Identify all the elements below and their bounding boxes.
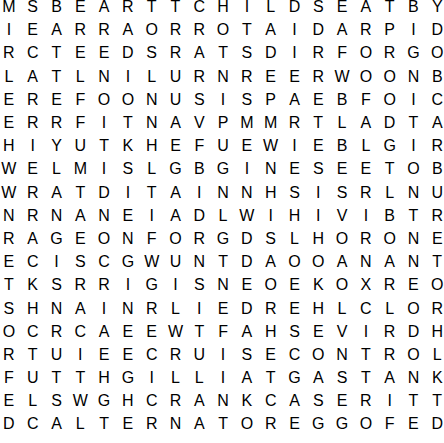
grid-cell-r13c5[interactable]: R: [92, 274, 116, 297]
grid-cell-r1c14[interactable]: S: [306, 0, 330, 19]
grid-cell-r15c8[interactable]: W: [164, 320, 188, 343]
grid-cell-r10c1[interactable]: N: [0, 204, 21, 227]
grid-cell-r2c3[interactable]: A: [45, 19, 69, 42]
grid-cell-r9c7[interactable]: T: [140, 181, 164, 204]
grid-cell-r9c4[interactable]: T: [68, 181, 92, 204]
grid-cell-r15c16[interactable]: I: [354, 320, 378, 343]
grid-cell-r17c1[interactable]: F: [0, 367, 21, 390]
grid-cell-r17c14[interactable]: A: [306, 367, 330, 390]
grid-cell-r12c11[interactable]: D: [235, 251, 259, 274]
grid-cell-r3c4[interactable]: E: [68, 42, 92, 65]
grid-cell-r11c6[interactable]: N: [116, 227, 140, 250]
grid-cell-r12c18[interactable]: N: [402, 251, 426, 274]
grid-cell-r13c12[interactable]: O: [259, 274, 283, 297]
grid-cell-r14c8[interactable]: L: [164, 297, 188, 320]
grid-cell-r12c10[interactable]: T: [211, 251, 235, 274]
grid-cell-r5c13[interactable]: A: [283, 88, 307, 111]
grid-cell-r8c6[interactable]: S: [116, 158, 140, 181]
grid-cell-r8c12[interactable]: N: [259, 158, 283, 181]
grid-cell-r5c15[interactable]: B: [330, 88, 354, 111]
grid-cell-r7c17[interactable]: G: [378, 135, 402, 158]
grid-cell-r8c19[interactable]: B: [425, 158, 444, 181]
grid-cell-r1c19[interactable]: Y: [425, 0, 444, 19]
grid-cell-r18c12[interactable]: C: [259, 390, 283, 413]
grid-cell-r19c14[interactable]: G: [306, 413, 330, 436]
grid-cell-r14c13[interactable]: E: [283, 297, 307, 320]
grid-cell-r5c19[interactable]: C: [425, 88, 444, 111]
grid-cell-r12c6[interactable]: G: [116, 251, 140, 274]
grid-cell-r1c3[interactable]: B: [45, 0, 69, 19]
grid-cell-r16c19[interactable]: L: [425, 343, 444, 366]
grid-cell-r10c4[interactable]: A: [68, 204, 92, 227]
grid-cell-r19c17[interactable]: F: [378, 413, 402, 436]
grid-cell-r19c1[interactable]: D: [0, 413, 21, 436]
grid-cell-r17c8[interactable]: L: [164, 367, 188, 390]
grid-cell-r15c11[interactable]: A: [235, 320, 259, 343]
grid-cell-r10c19[interactable]: R: [425, 204, 444, 227]
grid-cell-r5c17[interactable]: O: [378, 88, 402, 111]
grid-cell-r16c5[interactable]: E: [92, 343, 116, 366]
grid-cell-r14c15[interactable]: L: [330, 297, 354, 320]
grid-cell-r5c1[interactable]: E: [0, 88, 21, 111]
grid-cell-r3c15[interactable]: F: [330, 42, 354, 65]
grid-cell-r14c9[interactable]: I: [187, 297, 211, 320]
grid-cell-r16c2[interactable]: T: [21, 343, 45, 366]
grid-cell-r2c7[interactable]: O: [140, 19, 164, 42]
grid-cell-r11c5[interactable]: O: [92, 227, 116, 250]
grid-cell-r1c4[interactable]: E: [68, 0, 92, 19]
grid-cell-r8c5[interactable]: I: [92, 158, 116, 181]
grid-cell-r7c2[interactable]: I: [21, 135, 45, 158]
grid-cell-r16c9[interactable]: U: [187, 343, 211, 366]
grid-cell-r15c7[interactable]: E: [140, 320, 164, 343]
grid-cell-r17c15[interactable]: S: [330, 367, 354, 390]
grid-cell-r5c10[interactable]: I: [211, 88, 235, 111]
grid-cell-r16c17[interactable]: R: [378, 343, 402, 366]
grid-cell-r18c17[interactable]: I: [378, 390, 402, 413]
grid-cell-r3c19[interactable]: O: [425, 42, 444, 65]
grid-cell-r5c8[interactable]: U: [164, 88, 188, 111]
grid-cell-r6c3[interactable]: R: [45, 111, 69, 134]
grid-cell-r13c10[interactable]: N: [211, 274, 235, 297]
grid-cell-r7c14[interactable]: E: [306, 135, 330, 158]
grid-cell-r4c16[interactable]: O: [354, 65, 378, 88]
grid-cell-r15c5[interactable]: A: [92, 320, 116, 343]
grid-cell-r5c3[interactable]: E: [45, 88, 69, 111]
grid-cell-r1c5[interactable]: A: [92, 0, 116, 19]
grid-cell-r9c18[interactable]: N: [402, 181, 426, 204]
grid-cell-r10c17[interactable]: B: [378, 204, 402, 227]
grid-cell-r4c6[interactable]: I: [116, 65, 140, 88]
grid-cell-r3c2[interactable]: C: [21, 42, 45, 65]
grid-cell-r11c18[interactable]: N: [402, 227, 426, 250]
grid-cell-r2c13[interactable]: I: [283, 19, 307, 42]
grid-cell-r6c13[interactable]: R: [283, 111, 307, 134]
grid-cell-r17c9[interactable]: L: [187, 367, 211, 390]
grid-cell-r3c16[interactable]: O: [354, 42, 378, 65]
grid-cell-r4c2[interactable]: A: [21, 65, 45, 88]
grid-cell-r11c8[interactable]: O: [164, 227, 188, 250]
grid-cell-r3c18[interactable]: G: [402, 42, 426, 65]
grid-cell-r18c15[interactable]: E: [330, 390, 354, 413]
grid-cell-r13c11[interactable]: E: [235, 274, 259, 297]
grid-cell-r10c13[interactable]: H: [283, 204, 307, 227]
grid-cell-r11c4[interactable]: E: [68, 227, 92, 250]
grid-cell-r6c18[interactable]: T: [402, 111, 426, 134]
grid-cell-r8c3[interactable]: L: [45, 158, 69, 181]
grid-cell-r12c5[interactable]: C: [92, 251, 116, 274]
grid-cell-r14c6[interactable]: N: [116, 297, 140, 320]
grid-cell-r2c12[interactable]: A: [259, 19, 283, 42]
grid-cell-r8c1[interactable]: W: [0, 158, 21, 181]
grid-cell-r17c5[interactable]: H: [92, 367, 116, 390]
grid-cell-r11c12[interactable]: S: [259, 227, 283, 250]
grid-cell-r17c4[interactable]: T: [68, 367, 92, 390]
grid-cell-r11c11[interactable]: D: [235, 227, 259, 250]
grid-cell-r4c7[interactable]: L: [140, 65, 164, 88]
grid-cell-r6c7[interactable]: N: [140, 111, 164, 134]
grid-cell-r7c10[interactable]: U: [211, 135, 235, 158]
grid-cell-r2c16[interactable]: R: [354, 19, 378, 42]
grid-cell-r2c10[interactable]: O: [211, 19, 235, 42]
grid-cell-r10c11[interactable]: W: [235, 204, 259, 227]
grid-cell-r16c14[interactable]: O: [306, 343, 330, 366]
grid-cell-r14c14[interactable]: H: [306, 297, 330, 320]
grid-cell-r7c11[interactable]: E: [235, 135, 259, 158]
grid-cell-r3c7[interactable]: S: [140, 42, 164, 65]
grid-cell-r9c19[interactable]: U: [425, 181, 444, 204]
grid-cell-r18c8[interactable]: R: [164, 390, 188, 413]
grid-cell-r1c9[interactable]: C: [187, 0, 211, 19]
grid-cell-r5c4[interactable]: F: [68, 88, 92, 111]
grid-cell-r10c12[interactable]: I: [259, 204, 283, 227]
grid-cell-r18c7[interactable]: C: [140, 390, 164, 413]
grid-cell-r18c2[interactable]: L: [21, 390, 45, 413]
grid-cell-r11c16[interactable]: R: [354, 227, 378, 250]
grid-cell-r13c8[interactable]: I: [164, 274, 188, 297]
grid-cell-r1c8[interactable]: T: [164, 0, 188, 19]
grid-cell-r19c11[interactable]: O: [235, 413, 259, 436]
grid-cell-r9c2[interactable]: R: [21, 181, 45, 204]
grid-cell-r16c6[interactable]: E: [116, 343, 140, 366]
grid-cell-r14c4[interactable]: A: [68, 297, 92, 320]
grid-cell-r11c3[interactable]: G: [45, 227, 69, 250]
grid-cell-r1c12[interactable]: L: [259, 0, 283, 19]
grid-cell-r11c19[interactable]: E: [425, 227, 444, 250]
grid-cell-r7c5[interactable]: T: [92, 135, 116, 158]
grid-cell-r7c3[interactable]: Y: [45, 135, 69, 158]
grid-cell-r6c16[interactable]: A: [354, 111, 378, 134]
grid-cell-r16c15[interactable]: N: [330, 343, 354, 366]
grid-cell-r10c14[interactable]: I: [306, 204, 330, 227]
grid-cell-r13c14[interactable]: K: [306, 274, 330, 297]
grid-cell-r14c12[interactable]: R: [259, 297, 283, 320]
grid-cell-r15c9[interactable]: T: [187, 320, 211, 343]
grid-cell-r15c18[interactable]: D: [402, 320, 426, 343]
grid-cell-r3c12[interactable]: D: [259, 42, 283, 65]
grid-cell-r13c16[interactable]: X: [354, 274, 378, 297]
grid-cell-r11c9[interactable]: R: [187, 227, 211, 250]
grid-cell-r13c3[interactable]: S: [45, 274, 69, 297]
grid-cell-r15c17[interactable]: R: [378, 320, 402, 343]
grid-cell-r7c12[interactable]: W: [259, 135, 283, 158]
grid-cell-r15c13[interactable]: S: [283, 320, 307, 343]
grid-cell-r6c5[interactable]: I: [92, 111, 116, 134]
grid-cell-r16c10[interactable]: I: [211, 343, 235, 366]
grid-cell-r7c8[interactable]: E: [164, 135, 188, 158]
grid-cell-r5c16[interactable]: F: [354, 88, 378, 111]
grid-cell-r14c1[interactable]: S: [0, 297, 21, 320]
grid-cell-r9c16[interactable]: R: [354, 181, 378, 204]
grid-cell-r9c14[interactable]: I: [306, 181, 330, 204]
grid-cell-r6c10[interactable]: P: [211, 111, 235, 134]
grid-cell-r19c13[interactable]: E: [283, 413, 307, 436]
grid-cell-r5c6[interactable]: O: [116, 88, 140, 111]
grid-cell-r18c6[interactable]: H: [116, 390, 140, 413]
grid-cell-r18c4[interactable]: W: [68, 390, 92, 413]
grid-cell-r19c3[interactable]: A: [45, 413, 69, 436]
grid-cell-r7c13[interactable]: I: [283, 135, 307, 158]
grid-cell-r12c12[interactable]: A: [259, 251, 283, 274]
grid-cell-r10c9[interactable]: D: [187, 204, 211, 227]
grid-cell-r1c10[interactable]: H: [211, 0, 235, 19]
grid-cell-r17c17[interactable]: A: [378, 367, 402, 390]
grid-cell-r1c17[interactable]: T: [378, 0, 402, 19]
grid-cell-r4c3[interactable]: T: [45, 65, 69, 88]
grid-cell-r3c17[interactable]: R: [378, 42, 402, 65]
grid-cell-r16c13[interactable]: C: [283, 343, 307, 366]
grid-cell-r13c1[interactable]: T: [0, 274, 21, 297]
grid-cell-r9c11[interactable]: N: [235, 181, 259, 204]
grid-cell-r14c3[interactable]: N: [45, 297, 69, 320]
grid-cell-r4c14[interactable]: R: [306, 65, 330, 88]
grid-cell-r4c19[interactable]: B: [425, 65, 444, 88]
grid-cell-r8c17[interactable]: T: [378, 158, 402, 181]
grid-cell-r13c2[interactable]: K: [21, 274, 45, 297]
grid-cell-r15c4[interactable]: C: [68, 320, 92, 343]
grid-cell-r4c13[interactable]: E: [283, 65, 307, 88]
grid-cell-r19c16[interactable]: O: [354, 413, 378, 436]
grid-cell-r14c16[interactable]: C: [354, 297, 378, 320]
grid-cell-r2c8[interactable]: R: [164, 19, 188, 42]
grid-cell-r17c16[interactable]: T: [354, 367, 378, 390]
grid-cell-r7c1[interactable]: H: [0, 135, 21, 158]
grid-cell-r4c17[interactable]: O: [378, 65, 402, 88]
grid-cell-r13c6[interactable]: I: [116, 274, 140, 297]
grid-cell-r3c10[interactable]: T: [211, 42, 235, 65]
grid-cell-r9c13[interactable]: S: [283, 181, 307, 204]
grid-cell-r9c9[interactable]: I: [187, 181, 211, 204]
grid-cell-r6c1[interactable]: E: [0, 111, 21, 134]
grid-cell-r14c17[interactable]: L: [378, 297, 402, 320]
grid-cell-r16c8[interactable]: R: [164, 343, 188, 366]
grid-cell-r19c8[interactable]: N: [164, 413, 188, 436]
grid-cell-r4c11[interactable]: R: [235, 65, 259, 88]
grid-cell-r17c7[interactable]: I: [140, 367, 164, 390]
grid-cell-r19c7[interactable]: R: [140, 413, 164, 436]
grid-cell-r2c19[interactable]: D: [425, 19, 444, 42]
grid-cell-r16c7[interactable]: C: [140, 343, 164, 366]
grid-cell-r17c12[interactable]: T: [259, 367, 283, 390]
grid-cell-r9c15[interactable]: S: [330, 181, 354, 204]
grid-cell-r10c7[interactable]: I: [140, 204, 164, 227]
grid-cell-r4c9[interactable]: R: [187, 65, 211, 88]
grid-cell-r7c4[interactable]: U: [68, 135, 92, 158]
grid-cell-r9c6[interactable]: I: [116, 181, 140, 204]
grid-cell-r9c10[interactable]: N: [211, 181, 235, 204]
grid-cell-r12c19[interactable]: T: [425, 251, 444, 274]
grid-cell-r8c8[interactable]: G: [164, 158, 188, 181]
grid-cell-r5c5[interactable]: O: [92, 88, 116, 111]
grid-cell-r2c5[interactable]: R: [92, 19, 116, 42]
grid-cell-r18c10[interactable]: N: [211, 390, 235, 413]
grid-cell-r12c14[interactable]: O: [306, 251, 330, 274]
grid-cell-r8c10[interactable]: G: [211, 158, 235, 181]
grid-cell-r15c6[interactable]: E: [116, 320, 140, 343]
grid-cell-r6c12[interactable]: M: [259, 111, 283, 134]
grid-cell-r11c14[interactable]: H: [306, 227, 330, 250]
grid-cell-r3c11[interactable]: S: [235, 42, 259, 65]
grid-cell-r8c4[interactable]: M: [68, 158, 92, 181]
grid-cell-r11c10[interactable]: G: [211, 227, 235, 250]
grid-cell-r18c5[interactable]: G: [92, 390, 116, 413]
grid-cell-r1c18[interactable]: B: [402, 0, 426, 19]
grid-cell-r14c11[interactable]: D: [235, 297, 259, 320]
grid-cell-r8c14[interactable]: S: [306, 158, 330, 181]
grid-cell-r16c1[interactable]: R: [0, 343, 21, 366]
grid-cell-r7c19[interactable]: R: [425, 135, 444, 158]
grid-cell-r2c14[interactable]: D: [306, 19, 330, 42]
grid-cell-r3c13[interactable]: I: [283, 42, 307, 65]
grid-cell-r8c11[interactable]: I: [235, 158, 259, 181]
grid-cell-r3c1[interactable]: R: [0, 42, 21, 65]
grid-cell-r1c1[interactable]: M: [0, 0, 21, 19]
grid-cell-r17c6[interactable]: G: [116, 367, 140, 390]
grid-cell-r6c19[interactable]: A: [425, 111, 444, 134]
grid-cell-r3c8[interactable]: R: [164, 42, 188, 65]
grid-cell-r19c10[interactable]: T: [211, 413, 235, 436]
grid-cell-r3c5[interactable]: E: [92, 42, 116, 65]
grid-cell-r9c17[interactable]: L: [378, 181, 402, 204]
grid-cell-r6c9[interactable]: V: [187, 111, 211, 134]
grid-cell-r1c2[interactable]: S: [21, 0, 45, 19]
grid-cell-r2c6[interactable]: A: [116, 19, 140, 42]
grid-cell-r6c17[interactable]: D: [378, 111, 402, 134]
grid-cell-r12c13[interactable]: O: [283, 251, 307, 274]
grid-cell-r14c2[interactable]: H: [21, 297, 45, 320]
grid-cell-r2c18[interactable]: I: [402, 19, 426, 42]
grid-cell-r12c7[interactable]: W: [140, 251, 164, 274]
grid-cell-r15c14[interactable]: E: [306, 320, 330, 343]
grid-cell-r16c4[interactable]: I: [68, 343, 92, 366]
grid-cell-r19c9[interactable]: A: [187, 413, 211, 436]
grid-cell-r18c3[interactable]: S: [45, 390, 69, 413]
grid-cell-r4c10[interactable]: N: [211, 65, 235, 88]
grid-cell-r19c6[interactable]: E: [116, 413, 140, 436]
grid-cell-r4c18[interactable]: N: [402, 65, 426, 88]
grid-cell-r18c19[interactable]: T: [425, 390, 444, 413]
grid-cell-r10c2[interactable]: R: [21, 204, 45, 227]
grid-cell-r17c18[interactable]: N: [402, 367, 426, 390]
grid-cell-r7c16[interactable]: L: [354, 135, 378, 158]
grid-cell-r13c7[interactable]: G: [140, 274, 164, 297]
grid-cell-r17c19[interactable]: K: [425, 367, 444, 390]
grid-cell-r18c14[interactable]: S: [306, 390, 330, 413]
grid-cell-r5c14[interactable]: E: [306, 88, 330, 111]
grid-cell-r17c2[interactable]: U: [21, 367, 45, 390]
grid-cell-r18c18[interactable]: T: [402, 390, 426, 413]
grid-cell-r13c18[interactable]: E: [402, 274, 426, 297]
grid-cell-r8c2[interactable]: E: [21, 158, 45, 181]
grid-cell-r18c11[interactable]: K: [235, 390, 259, 413]
grid-cell-r18c9[interactable]: A: [187, 390, 211, 413]
grid-cell-r17c13[interactable]: G: [283, 367, 307, 390]
grid-cell-r14c19[interactable]: R: [425, 297, 444, 320]
grid-cell-r14c18[interactable]: O: [402, 297, 426, 320]
grid-cell-r15c12[interactable]: H: [259, 320, 283, 343]
grid-cell-r2c9[interactable]: R: [187, 19, 211, 42]
grid-cell-r11c15[interactable]: O: [330, 227, 354, 250]
grid-cell-r3c3[interactable]: T: [45, 42, 69, 65]
grid-cell-r12c15[interactable]: A: [330, 251, 354, 274]
grid-cell-r16c11[interactable]: S: [235, 343, 259, 366]
grid-cell-r5c18[interactable]: I: [402, 88, 426, 111]
grid-cell-r13c13[interactable]: E: [283, 274, 307, 297]
grid-cell-r12c4[interactable]: S: [68, 251, 92, 274]
grid-cell-r2c17[interactable]: P: [378, 19, 402, 42]
grid-cell-r16c3[interactable]: U: [45, 343, 69, 366]
grid-cell-r8c9[interactable]: B: [187, 158, 211, 181]
grid-cell-r16c18[interactable]: O: [402, 343, 426, 366]
grid-cell-r9c8[interactable]: A: [164, 181, 188, 204]
grid-cell-r15c2[interactable]: C: [21, 320, 45, 343]
grid-cell-r13c15[interactable]: O: [330, 274, 354, 297]
grid-cell-r1c7[interactable]: T: [140, 0, 164, 19]
grid-cell-r12c1[interactable]: E: [0, 251, 21, 274]
grid-cell-r17c11[interactable]: A: [235, 367, 259, 390]
grid-cell-r11c2[interactable]: A: [21, 227, 45, 250]
grid-cell-r19c4[interactable]: L: [68, 413, 92, 436]
grid-cell-r6c6[interactable]: T: [116, 111, 140, 134]
grid-cell-r7c6[interactable]: K: [116, 135, 140, 158]
grid-cell-r13c4[interactable]: R: [68, 274, 92, 297]
grid-cell-r8c13[interactable]: E: [283, 158, 307, 181]
grid-cell-r9c12[interactable]: H: [259, 181, 283, 204]
grid-cell-r3c6[interactable]: D: [116, 42, 140, 65]
grid-cell-r12c16[interactable]: N: [354, 251, 378, 274]
grid-cell-r19c15[interactable]: G: [330, 413, 354, 436]
grid-cell-r16c12[interactable]: E: [259, 343, 283, 366]
grid-cell-r19c12[interactable]: R: [259, 413, 283, 436]
grid-cell-r12c8[interactable]: U: [164, 251, 188, 274]
grid-cell-r10c10[interactable]: L: [211, 204, 235, 227]
grid-cell-r5c11[interactable]: S: [235, 88, 259, 111]
grid-cell-r2c15[interactable]: A: [330, 19, 354, 42]
grid-cell-r5c2[interactable]: R: [21, 88, 45, 111]
grid-cell-r10c3[interactable]: N: [45, 204, 69, 227]
grid-cell-r11c7[interactable]: F: [140, 227, 164, 250]
grid-cell-r19c18[interactable]: E: [402, 413, 426, 436]
grid-cell-r6c11[interactable]: M: [235, 111, 259, 134]
grid-cell-r10c5[interactable]: N: [92, 204, 116, 227]
grid-cell-r15c1[interactable]: O: [0, 320, 21, 343]
grid-cell-r19c2[interactable]: C: [21, 413, 45, 436]
grid-cell-r5c9[interactable]: S: [187, 88, 211, 111]
grid-cell-r3c9[interactable]: A: [187, 42, 211, 65]
grid-cell-r10c16[interactable]: I: [354, 204, 378, 227]
grid-cell-r12c17[interactable]: A: [378, 251, 402, 274]
grid-cell-r13c9[interactable]: S: [187, 274, 211, 297]
